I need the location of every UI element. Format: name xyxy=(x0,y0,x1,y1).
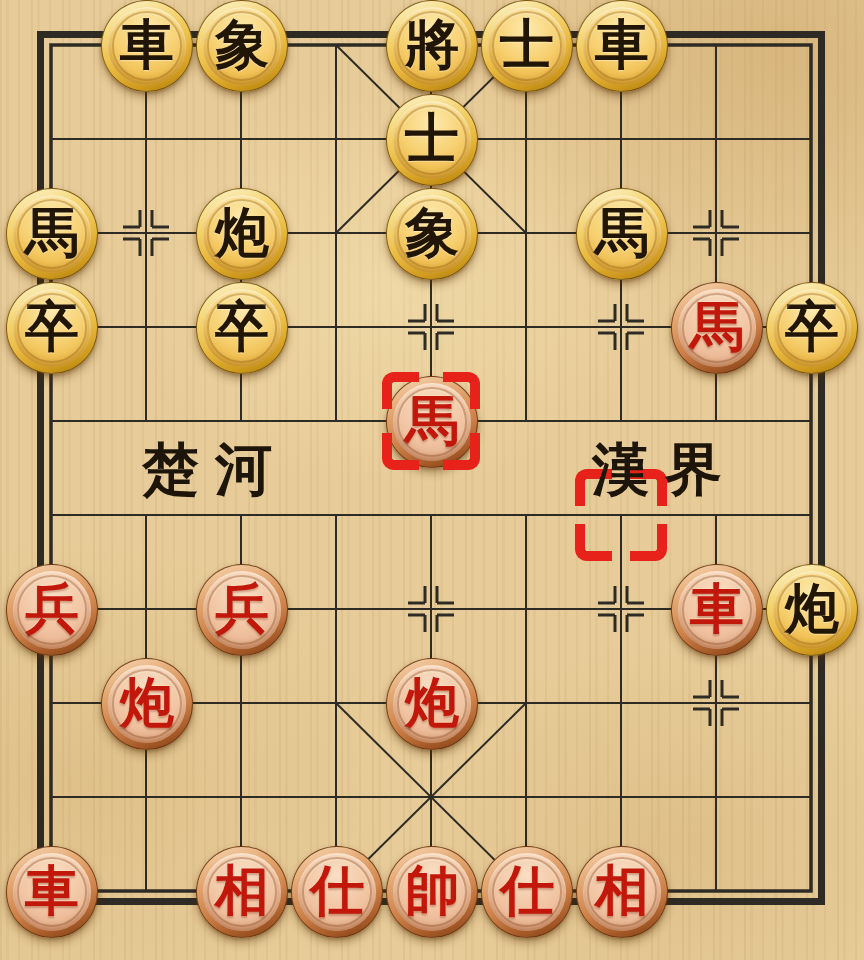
piece-face: 士 xyxy=(393,101,471,179)
piece-red-advisor[interactable]: 仕 xyxy=(291,846,383,938)
piece-glyph: 馬 xyxy=(595,205,649,259)
piece-black-chariot[interactable]: 車 xyxy=(576,0,668,92)
piece-red-elephant[interactable]: 相 xyxy=(196,846,288,938)
piece-glyph: 象 xyxy=(405,205,459,259)
piece-glyph: 車 xyxy=(25,863,79,917)
piece-face: 卒 xyxy=(203,289,281,367)
piece-black-cannon[interactable]: 炮 xyxy=(196,188,288,280)
piece-black-elephant[interactable]: 象 xyxy=(386,188,478,280)
piece-face: 象 xyxy=(203,7,281,85)
piece-red-soldier[interactable]: 兵 xyxy=(196,564,288,656)
piece-glyph: 卒 xyxy=(785,299,839,353)
piece-face: 卒 xyxy=(773,289,851,367)
piece-glyph: 相 xyxy=(215,863,269,917)
piece-face: 炮 xyxy=(108,665,186,743)
piece-glyph: 馬 xyxy=(405,393,459,447)
piece-face: 馬 xyxy=(13,195,91,273)
piece-red-horse[interactable]: 馬 xyxy=(386,376,478,468)
piece-face: 將 xyxy=(393,7,471,85)
piece-face: 相 xyxy=(583,853,661,931)
piece-glyph: 兵 xyxy=(25,581,79,635)
piece-face: 相 xyxy=(203,853,281,931)
piece-black-horse[interactable]: 馬 xyxy=(6,188,98,280)
piece-black-advisor[interactable]: 士 xyxy=(481,0,573,92)
piece-black-soldier[interactable]: 卒 xyxy=(196,282,288,374)
piece-red-chariot[interactable]: 車 xyxy=(6,846,98,938)
piece-black-horse[interactable]: 馬 xyxy=(576,188,668,280)
piece-face: 炮 xyxy=(773,571,851,649)
piece-face: 兵 xyxy=(203,571,281,649)
piece-face: 車 xyxy=(678,571,756,649)
piece-face: 馬 xyxy=(393,383,471,461)
piece-face: 士 xyxy=(488,7,566,85)
piece-glyph: 仕 xyxy=(310,863,364,917)
piece-face: 炮 xyxy=(203,195,281,273)
piece-red-chariot[interactable]: 車 xyxy=(671,564,763,656)
piece-red-cannon[interactable]: 炮 xyxy=(386,658,478,750)
piece-red-elephant[interactable]: 相 xyxy=(576,846,668,938)
piece-glyph: 將 xyxy=(405,17,459,71)
piece-glyph: 車 xyxy=(120,17,174,71)
piece-black-general[interactable]: 將 xyxy=(386,0,478,92)
piece-red-soldier[interactable]: 兵 xyxy=(6,564,98,656)
piece-glyph: 車 xyxy=(595,17,649,71)
piece-glyph: 士 xyxy=(405,111,459,165)
piece-red-general[interactable]: 帥 xyxy=(386,846,478,938)
piece-black-elephant[interactable]: 象 xyxy=(196,0,288,92)
piece-black-advisor[interactable]: 士 xyxy=(386,94,478,186)
xiangqi-board-screen: 楚河 漢界 車象將士車士馬炮象馬卒卒馬卒馬兵兵車炮炮炮車相仕帥仕相 xyxy=(0,0,864,960)
piece-face: 卒 xyxy=(13,289,91,367)
piece-glyph: 炮 xyxy=(405,675,459,729)
piece-glyph: 仕 xyxy=(500,863,554,917)
piece-face: 馬 xyxy=(583,195,661,273)
piece-black-soldier[interactable]: 卒 xyxy=(766,282,858,374)
piece-red-horse[interactable]: 馬 xyxy=(671,282,763,374)
piece-black-soldier[interactable]: 卒 xyxy=(6,282,98,374)
piece-black-cannon[interactable]: 炮 xyxy=(766,564,858,656)
piece-face: 炮 xyxy=(393,665,471,743)
piece-face: 馬 xyxy=(678,289,756,367)
piece-red-cannon[interactable]: 炮 xyxy=(101,658,193,750)
piece-face: 車 xyxy=(583,7,661,85)
piece-face: 車 xyxy=(13,853,91,931)
piece-glyph: 馬 xyxy=(25,205,79,259)
piece-face: 帥 xyxy=(393,853,471,931)
piece-red-advisor[interactable]: 仕 xyxy=(481,846,573,938)
piece-glyph: 炮 xyxy=(785,581,839,635)
piece-glyph: 帥 xyxy=(405,863,459,917)
piece-glyph: 兵 xyxy=(215,581,269,635)
piece-face: 仕 xyxy=(488,853,566,931)
piece-face: 象 xyxy=(393,195,471,273)
piece-glyph: 卒 xyxy=(25,299,79,353)
piece-glyph: 相 xyxy=(595,863,649,917)
piece-glyph: 車 xyxy=(690,581,744,635)
piece-glyph: 士 xyxy=(500,17,554,71)
piece-glyph: 馬 xyxy=(690,299,744,353)
piece-face: 車 xyxy=(108,7,186,85)
piece-glyph: 炮 xyxy=(215,205,269,259)
piece-face: 仕 xyxy=(298,853,376,931)
piece-face: 兵 xyxy=(13,571,91,649)
piece-glyph: 炮 xyxy=(120,675,174,729)
piece-black-chariot[interactable]: 車 xyxy=(101,0,193,92)
piece-glyph: 象 xyxy=(215,17,269,71)
piece-glyph: 卒 xyxy=(215,299,269,353)
pieces-layer: 車象將士車士馬炮象馬卒卒馬卒馬兵兵車炮炮炮車相仕帥仕相 xyxy=(0,0,864,960)
